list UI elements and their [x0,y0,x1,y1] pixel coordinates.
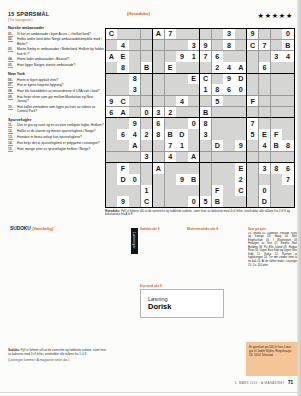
grid-cell [188,140,199,151]
grid-cell [247,73,258,84]
grid-cell [106,129,117,140]
grid-cell: 1 [176,140,187,151]
grid-cell: 3 [129,84,140,95]
grid-cell: E [259,129,270,140]
grid-cell [200,163,211,174]
grid-cell: 4 [282,51,293,62]
grid-cell [165,196,176,207]
grid-cell [188,185,199,196]
grid-cell [117,29,128,40]
grid-cell [141,51,152,62]
grid-cell: D [117,174,128,185]
grid-cell: 9 [247,29,258,40]
grid-cell [247,163,258,174]
grid-cell [271,185,282,196]
grid-cell [153,185,164,196]
grid-cell [188,96,199,107]
grid-cell [223,174,234,185]
grid-cell [141,118,152,129]
grid-cell [176,40,187,51]
grid-cell [106,174,117,185]
grid-cell [271,96,282,107]
grid-cell [106,84,117,95]
grid-cell [176,185,187,196]
grid-cell: 0 [282,29,293,40]
grid-cell [235,96,246,107]
sudoku-note: (Løsningen kommer i A-magasinet neste uk… [8,358,108,362]
grid-cell [223,163,234,174]
grid-cell: 3 [200,129,211,140]
grid-cell [176,118,187,129]
grid-cell [282,196,293,207]
grid-cell: A [117,107,128,118]
grid-cell [176,196,187,207]
grid-cell [259,107,270,118]
sudoku-header: SUDOKU (Vanskelig) [10,226,53,231]
grid-cell [235,152,246,163]
grid-cell: A [129,140,140,151]
grid-cell [176,29,187,40]
grid-cell [176,163,187,174]
grid-cell [106,62,117,73]
grid-cell [176,84,187,95]
grid-cell [117,140,128,151]
grid-cell: C [117,96,128,107]
hexadoku-grid: CA73904398C7BAE9176348BE24A68EC9D318609C… [105,28,295,209]
grid-cell: 9 [117,196,128,207]
grid-cell [271,40,282,51]
quiz-question: 04.Hvem leder ambassaden i Brussel? [8,57,105,61]
grid-cell: 7 [282,174,293,185]
crossword-solution-box: Løsning Dorisk [140,289,224,319]
grid-cell: 0 [129,174,140,185]
grid-cell [271,84,282,95]
grid-cell [282,118,293,129]
grid-cell [153,196,164,207]
grid-cell [235,29,246,40]
grid-cell [247,185,258,196]
hexadoku-label: (Hexadoku) [127,11,150,16]
grid-cell: A [235,62,246,73]
grid-cell [153,140,164,151]
grid-cell [282,129,293,140]
solution-hexadoku-header: Ekstremsudoku uke 9 [187,227,218,231]
quiz-section: 15 SPØRSMÅL (Tre kategorier) Norske amba… [8,11,105,152]
grid-cell: 4 [129,129,140,140]
hexadoku-explainer-text: Fyll ut feltene slik at de vannrette og … [105,209,290,217]
grid-cell: 5 [200,196,211,207]
grid-cell [153,51,164,62]
quiz-question: 03.Martin Sørby er ambassadør i Nederlan… [8,47,105,55]
grid-cell [129,185,140,196]
grid-cell [259,29,270,40]
grid-cell: 7 [200,51,211,62]
grid-cell [259,118,270,129]
sudoku-difficulty: (Vanskelig) [32,226,53,231]
grid-cell [129,96,140,107]
grid-cell: 7 [259,40,270,51]
quiz-category-head: Norske ambassader [8,26,105,30]
grid-cell [141,140,152,151]
grid-cell [153,84,164,95]
grid-cell [176,107,187,118]
grid-cell: B [188,174,199,185]
difficulty-stars-icon: ★★★★★ [258,12,293,20]
page-edge-line [0,392,301,393]
grid-cell [117,73,128,84]
page-edge-shadow [297,0,301,396]
grid-cell [282,185,293,196]
grid-cell [106,196,117,207]
grid-cell: 2 [141,129,152,140]
grid-cell: 9 [235,140,246,151]
grid-cell [153,40,164,51]
grid-cell [282,96,293,107]
grid-cell [141,96,152,107]
grid-cell: C [106,29,117,40]
grid-cell [129,51,140,62]
grid-cell: 6 [223,84,234,95]
quiz-title: 15 SPØRSMÅL [8,11,105,17]
grid-cell [212,174,223,185]
grid-cell [117,84,128,95]
grid-cell: 0 [259,185,270,196]
grid-cell [271,196,282,207]
grid-cell [282,73,293,84]
solution-sudoku-header: Sudoku uke 9 [140,227,160,231]
grid-cell [282,62,293,73]
grid-cell [235,107,246,118]
grid-cell: E [165,62,176,73]
grid-cell [129,29,140,40]
grid-cell: 0 [188,196,199,207]
solution-crossword-header: Kryssord uke 9 [140,284,162,288]
grid-cell [106,118,117,129]
crossword-solution-word: Dorisk [148,302,223,311]
grid-cell: 5 [247,129,258,140]
grid-cell [165,73,176,84]
grid-cell [235,51,246,62]
grid-cell: 5 [212,96,223,107]
grid-cell: D [259,196,270,207]
grid-cell [117,152,128,163]
quiz-question: 07.Hva er byens høyeste bygning? [8,83,105,87]
grid-cell [165,51,176,62]
grid-cell [223,129,234,140]
grid-cell: D [212,140,223,151]
grid-cell [223,107,234,118]
grid-cell: 8 [117,62,128,73]
grid-cell [129,62,140,73]
grid-cell: 4 [165,152,176,163]
grid-cell [247,62,258,73]
grid-cell [212,107,223,118]
grid-cell [247,107,258,118]
grid-cell: 9 [223,73,234,84]
grid-cell [188,29,199,40]
grid-cell [282,152,293,163]
magazine-page: 15 SPØRSMÅL (Tre kategorier) Norske amba… [0,0,301,396]
grid-cell: B [212,196,223,207]
grid-cell: 0 [141,107,152,118]
grid-cell: A [153,163,164,174]
grid-cell: F [212,185,223,196]
quiz-question: 10.Hva kalles områdene som ligger på hve… [8,105,105,113]
grid-cell: B [271,140,282,151]
grid-cell [200,140,211,151]
grid-cell [247,51,258,62]
grid-cell [271,118,282,129]
grid-cell: C [235,185,246,196]
grid-cell [282,84,293,95]
grid-cell [153,73,164,84]
grid-cell [165,174,176,185]
grid-cell [153,152,164,163]
grid-cell: F [247,96,258,107]
grid-cell: 4 [223,62,234,73]
grid-cell: 0 [235,84,246,95]
grid-cell [235,118,246,129]
quiz-question: 12.Hvilke er de største og minste spurve… [8,129,105,133]
grid-cell [247,140,258,151]
grid-cell [235,40,246,51]
quiz-questions: Norske ambassader01.Vi har en ambassade … [8,26,105,151]
grid-cell [259,73,270,84]
grid-cell [176,152,187,163]
quiz-category-head: Spurvefugler [8,118,105,122]
grid-cell: B [200,107,211,118]
grid-cell: C [247,40,258,51]
quiz-question: 14.Hva betyr det at spurvefuglene er pol… [8,141,105,145]
grid-cell [212,163,223,174]
grid-cell [106,152,117,163]
grid-cell [200,96,211,107]
grid-cell [247,196,258,207]
grid-cell: 9 [200,40,211,51]
grid-cell [200,152,211,163]
grid-cell [176,73,187,84]
sudoku-title: SUDOKU [10,226,31,231]
grid-cell: A [153,29,164,40]
grid-cell: 1 [141,185,152,196]
grid-cell: 6 [153,118,164,129]
hexadoku-explainer: Hexadoku. Fyll ut feltene slik at de van… [105,210,294,218]
grid-cell: 7 [247,118,258,129]
grid-cell [212,118,223,129]
grid-cell: 8 [200,118,211,129]
grid-cell: 4 [259,140,270,151]
grid-cell [141,174,152,185]
grid-cell [200,185,211,196]
footer-issue: 5. MARS 2010 · A-MAGASINET [235,381,285,385]
grid-cell: F [117,163,128,174]
grid-cell [271,29,282,40]
grid-cell [141,84,152,95]
grid-cell: 8 [129,73,140,84]
grid-cell [271,73,282,84]
grid-cell: 2 [165,107,176,118]
grid-cell [165,96,176,107]
grid-cell [247,152,258,163]
grid-cell: 8 [271,163,282,174]
grid-cell: 8 [212,84,223,95]
grid-cell [223,196,234,207]
grid-cell: F [271,129,282,140]
grid-cell [117,118,128,129]
prize-winner-box: Et gavekort på 500 kr hos Lorio går til … [246,342,298,376]
grid-cell [153,96,164,107]
grid-cell: 6 [282,163,293,174]
grid-cell: E [188,73,199,84]
grid-cell [223,140,234,151]
quiz-question: 05.Hvor ligger Norges største ambassade? [8,63,105,67]
grid-cell [141,40,152,51]
grid-cell: B [165,129,176,140]
grid-cell [259,174,270,185]
grid-cell [141,29,152,40]
solution-quiz-header: Svar på quiz [248,227,266,231]
grid-cell: 6 [106,107,117,118]
sudoku-explainer: Sudoku. Fyll ut feltene slik at de vannr… [8,348,108,362]
grid-cell: 3 [153,107,164,118]
grid-cell: D [235,73,246,84]
grid-cell: 3 [141,152,152,163]
grid-cell: 9 [176,174,187,185]
grid-cell [117,185,128,196]
grid-cell: B [141,62,152,73]
grid-cell [271,62,282,73]
quiz-question: 06.Hvem er byen oppkalt etter? [8,78,105,82]
grid-cell [271,174,282,185]
quiz-question: 08.Hvor ble hoveddelen av innvandrerne t… [8,89,105,93]
grid-cell [223,185,234,196]
grid-cell [247,174,258,185]
quiz-question: 13.Hvordan er beina anlagt hos spurvefug… [8,135,105,139]
grid-cell [212,129,223,140]
grid-cell [235,129,246,140]
grid-cell: 0 [188,118,199,129]
quiz-question: 09.Hva heter elven som går mellom Manhat… [8,95,105,103]
grid-cell [153,174,164,185]
grid-cell: A [106,51,117,62]
grid-cell: 6 [259,62,270,73]
grid-cell [141,73,152,84]
grid-cell: C [200,73,211,84]
grid-cell: 7 [165,140,176,151]
grid-cell: E [235,163,246,174]
grid-cell [259,84,270,95]
grid-cell [188,84,199,95]
grid-cell [247,84,258,95]
solutions-strip: Løsninger [131,228,138,254]
grid-cell: 4 [176,96,187,107]
grid-cell: 2 [235,174,246,185]
grid-cell: 9 [176,51,187,62]
grid-cell [165,118,176,129]
grid-cell [165,84,176,95]
grid-cell: C [141,196,152,207]
grid-cell [200,174,211,185]
grid-cell [223,96,234,107]
page-footer: 5. MARS 2010 · A-MAGASINET 71 [235,380,293,385]
sudoku-explainer-text: Fyll ut feltene slik at de vannrette og … [8,348,106,356]
grid-cell [271,107,282,118]
grid-cell: 9 [106,96,117,107]
grid-cell: 2 [212,62,223,73]
grid-cell: 3 [188,40,199,51]
footer-page-number: 71 [288,380,293,385]
grid-cell [106,40,117,51]
grid-cell [223,51,234,62]
grid-cell [176,62,187,73]
solutions-strip-label: Løsninger [132,232,136,249]
grid-cell: 8 [223,40,234,51]
grid-cell [200,62,211,73]
quiz-question: 15.Hvor mange arter av spurvefugler hekk… [8,147,105,151]
grid-cell [165,163,176,174]
grid-cell [200,29,211,40]
grid-cell [129,163,140,174]
grid-cell: 6 [117,129,128,140]
grid-cell [188,129,199,140]
grid-cell [106,163,117,174]
grid-cell: 8 [153,129,164,140]
grid-cell [212,73,223,84]
quiz-question: 11.Den er grå og svart og en av våre van… [8,123,105,127]
grid-cell [129,107,140,118]
grid-cell [141,163,152,174]
grid-cell: 3 [271,51,282,62]
grid-cell: 6 [212,51,223,62]
grid-cell [129,196,140,207]
grid-cell [188,107,199,118]
grid-cell [235,196,246,207]
grid-cell [259,96,270,107]
grid-cell [282,107,293,118]
grid-cell: A [188,152,199,163]
grid-cell: 8 [282,140,293,151]
grid-cell [188,163,199,174]
grid-cell: B [282,40,293,51]
grid-cell [129,40,140,51]
grid-cell [106,185,117,196]
quiz-answers-text: 01. Ghana 02. Danmark, Finland, Island o… [248,232,298,286]
grid-cell: D [176,129,187,140]
grid-cell: 3 [223,29,234,40]
grid-cell [153,62,164,73]
grid-cell [165,40,176,51]
grid-cell [223,118,234,129]
grid-cell [212,29,223,40]
grid-cell [106,73,117,84]
grid-cell [259,152,270,163]
grid-cell: 1 [200,84,211,95]
grid-cell: E [117,51,128,62]
grid-cell [223,152,234,163]
grid-cell [212,152,223,163]
grid-cell [129,152,140,163]
grid-cell [259,51,270,62]
grid-cell [188,62,199,73]
grid-cell: 1 [188,51,199,62]
quiz-category-head: New York [8,72,105,76]
grid-cell: 7 [165,29,176,40]
grid-cell [165,185,176,196]
quiz-question: 01.Vi har en ambassade i byen Accra – i … [8,32,105,36]
grid-cell [212,40,223,51]
quiz-question: 02.Hvilke andre land deler Norge ambassa… [8,37,105,45]
grid-cell [106,140,117,151]
